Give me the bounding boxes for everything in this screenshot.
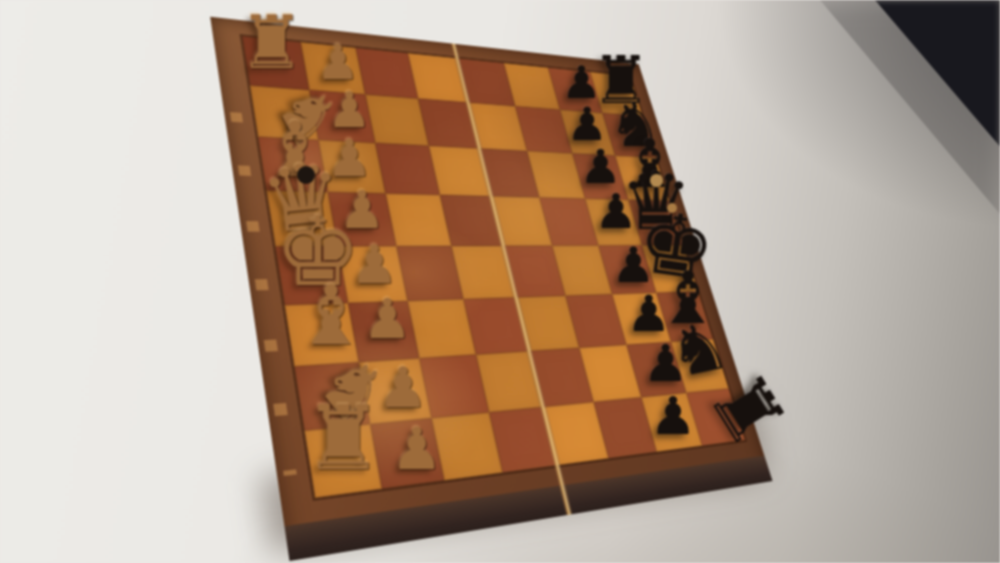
pieces-layer: ♜♞♝♛♚♝♞♜♟♟♟♟♟♟♟♟♟♟♟♟♟♟♟♟♜♞♝♛♚♝♞♜ (0, 0, 1000, 563)
piece-black-pawn-h7[interactable]: ♟ (647, 390, 699, 442)
piece-finial (650, 174, 663, 187)
piece-white-rook-a1[interactable]: ♜ (235, 5, 309, 79)
piece-white-pawn-h2[interactable]: ♟ (388, 420, 446, 478)
photo-layers: ♜♞♝♛♚♝♞♜♟♟♟♟♟♟♟♟♟♟♟♟♟♟♟♟♜♞♝♛♚♝♞♜ (0, 0, 1000, 563)
photo: ♜♞♝♛♚♝♞♜♟♟♟♟♟♟♟♟♟♟♟♟♟♟♟♟♜♞♝♛♚♝♞♜ (0, 0, 1000, 563)
piece-black-pawn-e7[interactable]: ♟ (609, 241, 658, 290)
piece-black-pawn-g7[interactable]: ♟ (640, 338, 691, 389)
piece-finial (297, 166, 315, 184)
piece-white-rook-h1[interactable]: ♜ (299, 394, 388, 483)
